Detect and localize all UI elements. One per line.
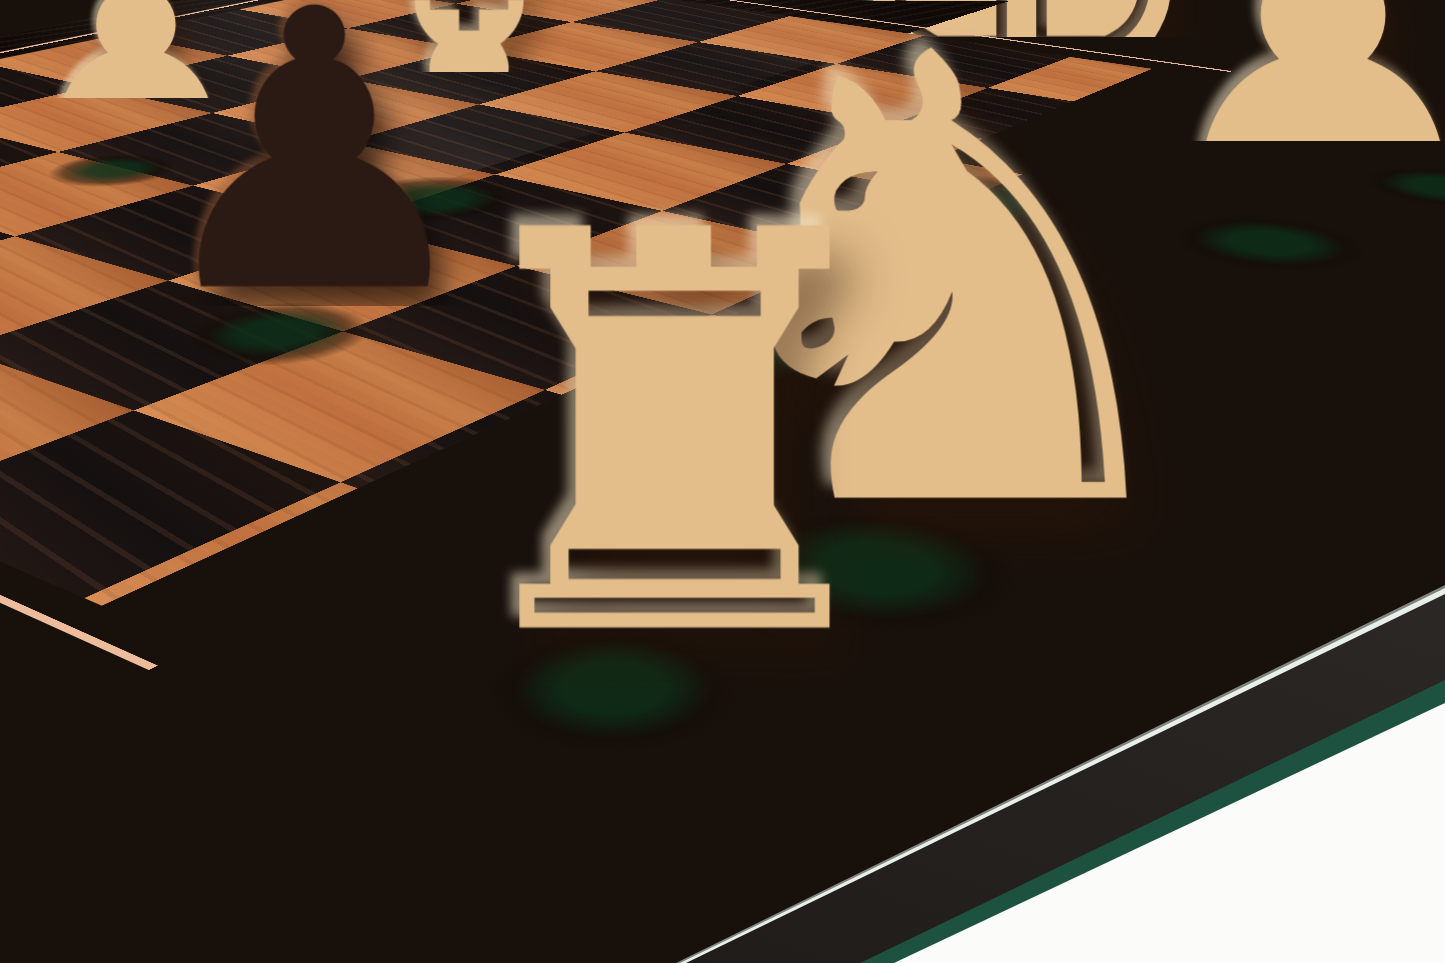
- chess-board: ♜♞♟♚♝♟♟♟♜: [0, 0, 1445, 963]
- white-rook-icon: ♜: [287, 161, 1062, 712]
- chess-photo-scene: ♜♞♟♚♝♟♟♟♜: [0, 0, 1445, 963]
